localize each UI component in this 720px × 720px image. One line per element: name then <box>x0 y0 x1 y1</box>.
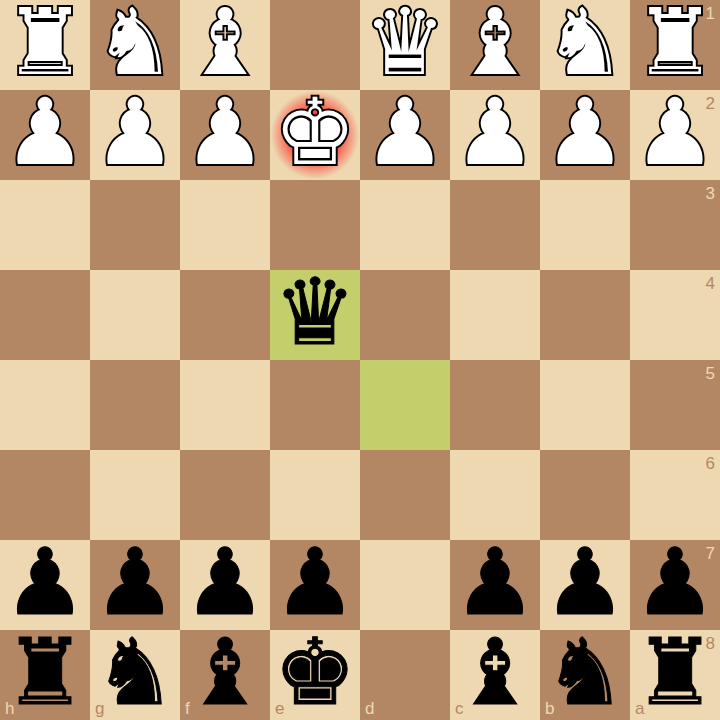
square-b3[interactable] <box>540 180 630 270</box>
white-queen[interactable]: ♛ <box>364 0 446 87</box>
square-c3[interactable] <box>450 180 540 270</box>
black-pawn[interactable]: ♟ <box>184 539 266 627</box>
square-h4[interactable] <box>0 270 90 360</box>
square-c6[interactable] <box>450 450 540 540</box>
white-pawn[interactable]: ♟ <box>634 89 716 177</box>
square-c4[interactable] <box>450 270 540 360</box>
square-c8[interactable]: ♝c <box>450 630 540 720</box>
black-pawn[interactable]: ♟ <box>274 539 356 627</box>
square-c2[interactable]: ♟ <box>450 90 540 180</box>
square-b8[interactable]: ♞b <box>540 630 630 720</box>
square-e5[interactable] <box>270 360 360 450</box>
rank-label-6: 6 <box>706 455 715 472</box>
rank-label-5: 5 <box>706 365 715 382</box>
square-g5[interactable] <box>90 360 180 450</box>
square-b6[interactable] <box>540 450 630 540</box>
square-a6[interactable]: 6 <box>630 450 720 540</box>
square-f2[interactable]: ♟ <box>180 90 270 180</box>
square-b7[interactable]: ♟ <box>540 540 630 630</box>
white-rook[interactable]: ♜ <box>634 0 716 87</box>
black-pawn[interactable]: ♟ <box>544 539 626 627</box>
square-a2[interactable]: ♟2 <box>630 90 720 180</box>
square-d4[interactable] <box>360 270 450 360</box>
chess-board: ♜♞♝♛♝♞♜1♟♟♟♚♟♟♟♟23♛456♟♟♟♟♟♟♟7♜h♞g♝f♚ed♝… <box>0 0 720 720</box>
square-c7[interactable]: ♟ <box>450 540 540 630</box>
square-d5[interactable] <box>360 360 450 450</box>
square-d1[interactable]: ♛ <box>360 0 450 90</box>
square-f8[interactable]: ♝f <box>180 630 270 720</box>
white-king[interactable]: ♚ <box>274 89 356 177</box>
square-b5[interactable] <box>540 360 630 450</box>
square-g8[interactable]: ♞g <box>90 630 180 720</box>
square-c1[interactable]: ♝ <box>450 0 540 90</box>
square-e2[interactable]: ♚ <box>270 90 360 180</box>
square-g3[interactable] <box>90 180 180 270</box>
square-a4[interactable]: 4 <box>630 270 720 360</box>
square-h1[interactable]: ♜ <box>0 0 90 90</box>
square-b1[interactable]: ♞ <box>540 0 630 90</box>
square-a1[interactable]: ♜1 <box>630 0 720 90</box>
rank-label-3: 3 <box>706 185 715 202</box>
white-pawn[interactable]: ♟ <box>364 89 446 177</box>
square-g1[interactable]: ♞ <box>90 0 180 90</box>
square-a3[interactable]: 3 <box>630 180 720 270</box>
square-a8[interactable]: ♜8a <box>630 630 720 720</box>
square-e3[interactable] <box>270 180 360 270</box>
white-knight[interactable]: ♞ <box>94 0 176 87</box>
square-b2[interactable]: ♟ <box>540 90 630 180</box>
square-h7[interactable]: ♟ <box>0 540 90 630</box>
black-knight[interactable]: ♞ <box>94 629 176 717</box>
black-pawn[interactable]: ♟ <box>634 539 716 627</box>
black-rook[interactable]: ♜ <box>634 629 716 717</box>
white-bishop[interactable]: ♝ <box>454 0 536 87</box>
square-h5[interactable] <box>0 360 90 450</box>
square-c5[interactable] <box>450 360 540 450</box>
square-d6[interactable] <box>360 450 450 540</box>
square-f7[interactable]: ♟ <box>180 540 270 630</box>
square-d2[interactable]: ♟ <box>360 90 450 180</box>
square-e1[interactable] <box>270 0 360 90</box>
square-e4[interactable]: ♛ <box>270 270 360 360</box>
black-bishop[interactable]: ♝ <box>184 629 266 717</box>
square-e7[interactable]: ♟ <box>270 540 360 630</box>
square-g7[interactable]: ♟ <box>90 540 180 630</box>
white-pawn[interactable]: ♟ <box>454 89 536 177</box>
square-h2[interactable]: ♟ <box>0 90 90 180</box>
square-f5[interactable] <box>180 360 270 450</box>
black-bishop[interactable]: ♝ <box>454 629 536 717</box>
square-g2[interactable]: ♟ <box>90 90 180 180</box>
square-g6[interactable] <box>90 450 180 540</box>
square-b4[interactable] <box>540 270 630 360</box>
rank-label-4: 4 <box>706 275 715 292</box>
square-h6[interactable] <box>0 450 90 540</box>
white-pawn[interactable]: ♟ <box>544 89 626 177</box>
square-h3[interactable] <box>0 180 90 270</box>
black-rook[interactable]: ♜ <box>4 629 86 717</box>
white-rook[interactable]: ♜ <box>4 0 86 87</box>
square-d7[interactable] <box>360 540 450 630</box>
white-bishop[interactable]: ♝ <box>184 0 266 87</box>
square-f6[interactable] <box>180 450 270 540</box>
square-f3[interactable] <box>180 180 270 270</box>
square-d8[interactable]: d <box>360 630 450 720</box>
square-g4[interactable] <box>90 270 180 360</box>
square-f4[interactable] <box>180 270 270 360</box>
square-a7[interactable]: ♟7 <box>630 540 720 630</box>
black-pawn[interactable]: ♟ <box>94 539 176 627</box>
white-pawn[interactable]: ♟ <box>4 89 86 177</box>
square-e8[interactable]: ♚e <box>270 630 360 720</box>
square-f1[interactable]: ♝ <box>180 0 270 90</box>
file-label-d: d <box>365 700 374 717</box>
square-h8[interactable]: ♜h <box>0 630 90 720</box>
square-a5[interactable]: 5 <box>630 360 720 450</box>
black-queen[interactable]: ♛ <box>274 269 356 357</box>
square-e6[interactable] <box>270 450 360 540</box>
square-d3[interactable] <box>360 180 450 270</box>
black-king[interactable]: ♚ <box>274 629 356 717</box>
black-pawn[interactable]: ♟ <box>454 539 536 627</box>
white-knight[interactable]: ♞ <box>544 0 626 87</box>
white-pawn[interactable]: ♟ <box>184 89 266 177</box>
black-knight[interactable]: ♞ <box>544 629 626 717</box>
black-pawn[interactable]: ♟ <box>4 539 86 627</box>
white-pawn[interactable]: ♟ <box>94 89 176 177</box>
